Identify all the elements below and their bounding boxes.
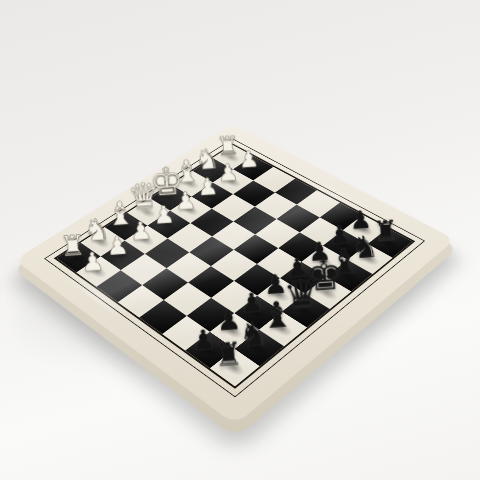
white-pawn: ♟	[76, 248, 110, 276]
perspective-stage: ♜♟♟♜♞♟♟♞♝♟♟♝♚♟♟♚♛♟♟♛♝♟♟♝♞♟♟♞♜♟♟♜	[0, 0, 480, 480]
square-f5[interactable]	[255, 219, 299, 248]
photo-scene: ♜♟♟♜♞♟♟♞♝♟♟♝♚♟♟♚♛♟♟♛♝♟♟♝♞♟♟♞♜♟♟♜	[0, 0, 480, 480]
chess-board-plate: ♜♟♟♜♞♟♟♞♝♟♟♝♚♟♟♚♛♟♟♛♝♟♟♝♞♟♟♞♜♟♟♜	[14, 124, 455, 425]
square-c5[interactable]	[188, 266, 234, 298]
black-rook: ♜	[210, 338, 248, 372]
square-e4[interactable]	[211, 221, 255, 250]
